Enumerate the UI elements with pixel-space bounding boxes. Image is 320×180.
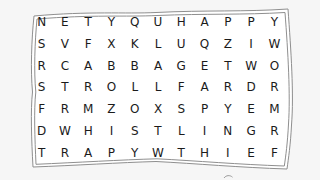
grid-cell-r5c9[interactable]: Y xyxy=(216,98,239,120)
grid-cell-r1c4[interactable]: Y xyxy=(100,11,123,33)
grid-cell-r2c10[interactable]: I xyxy=(239,33,262,55)
grid-cell-r1c10[interactable]: P xyxy=(239,11,262,33)
grid-cell-r2c7[interactable]: U xyxy=(170,33,193,55)
grid-cell-r5c2[interactable]: R xyxy=(53,98,76,120)
word-search-puzzle: NETYQUHAPPYSVFXKLUQZIWRCABBAGETWOSTROLLF… xyxy=(0,0,320,180)
grid-cell-r2c4[interactable]: X xyxy=(100,33,123,55)
grid-cell-r4c7[interactable]: F xyxy=(170,77,193,99)
grid-cell-r2c6[interactable]: L xyxy=(146,33,169,55)
grid-cell-r1c2[interactable]: E xyxy=(53,11,76,33)
grid-cell-r4c4[interactable]: O xyxy=(100,77,123,99)
grid-cell-r2c8[interactable]: Q xyxy=(193,33,216,55)
grid-cell-r4c1[interactable]: S xyxy=(30,77,53,99)
grid-cell-r5c1[interactable]: F xyxy=(30,98,53,120)
grid-cell-r5c3[interactable]: M xyxy=(77,98,100,120)
grid-cell-r1c6[interactable]: U xyxy=(146,11,169,33)
grid-cell-r3c2[interactable]: C xyxy=(53,55,76,77)
grid-cell-r6c8[interactable]: I xyxy=(193,120,216,142)
grid-cell-r1c7[interactable]: H xyxy=(170,11,193,33)
grid-cell-r5c10[interactable]: E xyxy=(239,98,262,120)
grid-cell-r4c2[interactable]: T xyxy=(53,77,76,99)
grid-cell-r2c5[interactable]: K xyxy=(123,33,146,55)
grid-cell-r5c8[interactable]: P xyxy=(193,98,216,120)
grid-cell-r7c5[interactable]: Y xyxy=(123,142,146,164)
grid-cell-r7c10[interactable]: E xyxy=(239,142,262,164)
grid-cell-r1c8[interactable]: A xyxy=(193,11,216,33)
grid-cell-r7c8[interactable]: H xyxy=(193,142,216,164)
grid-cell-r1c11[interactable]: Y xyxy=(263,11,286,33)
grid-cell-r5c4[interactable]: Z xyxy=(100,98,123,120)
grid-cell-r7c9[interactable]: I xyxy=(216,142,239,164)
grid-cell-r4c11[interactable]: R xyxy=(263,77,286,99)
grid-cell-r3c9[interactable]: T xyxy=(216,55,239,77)
grid-cell-r1c5[interactable]: Q xyxy=(123,11,146,33)
grid-cell-r3c8[interactable]: E xyxy=(193,55,216,77)
grid-cell-r6c4[interactable]: I xyxy=(100,120,123,142)
grid-cell-r3c1[interactable]: R xyxy=(30,55,53,77)
grid-cell-r4c10[interactable]: D xyxy=(239,77,262,99)
grid-cell-r6c6[interactable]: T xyxy=(146,120,169,142)
grid-cell-r7c7[interactable]: T xyxy=(170,142,193,164)
grid-cell-r1c1[interactable]: N xyxy=(30,11,53,33)
grid-cell-r6c3[interactable]: H xyxy=(77,120,100,142)
grid-cell-r4c5[interactable]: L xyxy=(123,77,146,99)
grid-cell-r2c2[interactable]: V xyxy=(53,33,76,55)
grid-cell-r3c5[interactable]: B xyxy=(123,55,146,77)
grid-cell-r6c9[interactable]: N xyxy=(216,120,239,142)
grid-cell-r3c3[interactable]: A xyxy=(77,55,100,77)
grid-cell-r2c1[interactable]: S xyxy=(30,33,53,55)
grid-cell-r6c10[interactable]: G xyxy=(239,120,262,142)
grid-cell-r4c8[interactable]: A xyxy=(193,77,216,99)
grid-cell-r4c6[interactable]: L xyxy=(146,77,169,99)
grid-cell-r7c2[interactable]: R xyxy=(53,142,76,164)
letter-grid: NETYQUHAPPYSVFXKLUQZIWRCABBAGETWOSTROLLF… xyxy=(30,11,286,164)
grid-cell-r2c9[interactable]: Z xyxy=(216,33,239,55)
grid-cell-r7c3[interactable]: A xyxy=(77,142,100,164)
grid-cell-r3c10[interactable]: W xyxy=(239,55,262,77)
grid-cell-r5c7[interactable]: S xyxy=(170,98,193,120)
grid-cell-r4c9[interactable]: R xyxy=(216,77,239,99)
grid-cell-r3c4[interactable]: B xyxy=(100,55,123,77)
grid-cell-r1c9[interactable]: P xyxy=(216,11,239,33)
grid-cell-r7c1[interactable]: T xyxy=(30,142,53,164)
grid-cell-r2c3[interactable]: F xyxy=(77,33,100,55)
grid-cell-r7c11[interactable]: F xyxy=(263,142,286,164)
grid-cell-r6c7[interactable]: L xyxy=(170,120,193,142)
grid-cell-r5c6[interactable]: X xyxy=(146,98,169,120)
grid-cell-r3c7[interactable]: G xyxy=(170,55,193,77)
grid-cell-r6c1[interactable]: D xyxy=(30,120,53,142)
grid-cell-r6c2[interactable]: W xyxy=(53,120,76,142)
grid-cell-r3c11[interactable]: O xyxy=(263,55,286,77)
grid-cell-r6c5[interactable]: S xyxy=(123,120,146,142)
grid-cell-r7c6[interactable]: W xyxy=(146,142,169,164)
grid-cell-r3c6[interactable]: A xyxy=(146,55,169,77)
grid-cell-r6c11[interactable]: R xyxy=(263,120,286,142)
grid-cell-r2c11[interactable]: W xyxy=(263,33,286,55)
grid-cell-r5c5[interactable]: O xyxy=(123,98,146,120)
grid-cell-r4c3[interactable]: R xyxy=(77,77,100,99)
grid-cell-r1c3[interactable]: T xyxy=(77,11,100,33)
grid-cell-r7c4[interactable]: P xyxy=(100,142,123,164)
grid-cell-r5c11[interactable]: M xyxy=(263,98,286,120)
